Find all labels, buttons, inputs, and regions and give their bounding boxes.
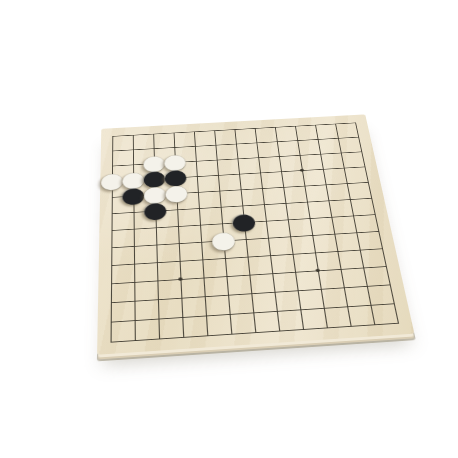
intersection: ● [232,213,256,231]
intersection [147,328,172,350]
intersection [316,192,340,209]
intersection [282,262,307,282]
intersection [102,128,123,144]
intersection [188,199,211,217]
intersection [99,292,123,313]
intersection [185,153,207,169]
intersection [306,131,329,147]
intersection [145,253,168,272]
intersection [234,230,258,249]
intersection [284,118,306,133]
intersection [373,256,399,275]
intersection [229,181,252,198]
intersection [183,124,204,139]
intersection [311,298,337,319]
intersection [123,127,144,143]
intersection [216,285,241,305]
intersection [268,148,291,164]
intersection [206,152,228,168]
intersection [331,277,357,297]
intersection [300,226,325,245]
intersection [322,225,347,243]
intersection: ● [123,187,145,204]
intersection [376,275,403,295]
intersection [264,119,286,134]
intersection [205,137,227,153]
intersection [145,235,168,254]
intersection [297,209,321,227]
intersection [168,251,192,270]
intersection [334,296,361,317]
intersection [266,320,292,342]
intersection [194,305,219,326]
intersection [228,166,251,183]
intersection [99,274,122,294]
intersection [123,220,145,238]
intersection [288,147,311,163]
intersection [366,222,392,240]
intersection [187,183,209,200]
intersection [101,204,123,222]
intersection [302,243,327,262]
intersection [286,132,309,148]
intersection [285,280,311,300]
intersection: ● [212,231,236,250]
intersection [171,326,196,348]
intersection [184,138,206,154]
intersection [123,291,147,312]
intersection [146,289,170,310]
intersection [166,201,189,219]
intersection [290,162,313,179]
intersection [311,161,335,178]
product-photo-background: ●●●●●●●●●●●● [0,0,458,458]
intersection [241,302,267,323]
intersection [254,212,278,230]
intersection [260,264,285,284]
intersection [214,266,238,286]
intersection [244,121,266,136]
intersection [266,134,288,150]
intersection [190,250,214,269]
intersection [309,146,332,162]
intersection [186,168,208,185]
intersection [293,177,317,194]
intersection [276,211,300,229]
intersection [146,308,170,329]
intersection [247,149,270,165]
intersection [169,269,193,289]
intersection [256,229,280,248]
intersection: ● [165,185,187,202]
intersection [252,196,276,214]
intersection [100,256,123,275]
intersection [167,234,190,253]
intersection [192,286,217,306]
intersection [100,238,123,257]
intersection [280,244,305,263]
intersection [99,311,123,332]
intersection [101,188,123,205]
intersection [359,189,384,206]
intersection [242,321,268,343]
intersection [100,221,122,239]
go-board: ●●●●●●●●●●●● [97,114,414,354]
intersection [295,193,319,210]
intersection [319,208,344,226]
intersection [169,288,193,308]
intersection [123,254,146,273]
intersection [314,176,338,193]
intersection [170,307,195,328]
intersection [304,117,327,132]
intersection [123,310,147,331]
intersection: ● [144,202,166,220]
intersection [235,247,259,266]
intersection [209,198,232,216]
intersection [356,174,380,191]
intersection [163,125,184,140]
star-point-dot [315,269,320,273]
intersection [123,237,146,256]
intersection [328,259,354,279]
intersection [195,325,220,347]
star-point-dot [178,277,182,281]
intersection [204,123,225,138]
star-point-dot [300,169,304,172]
intersection [98,331,122,353]
intersection [262,282,287,302]
intersection [337,315,364,336]
intersection [143,126,164,142]
intersection [249,164,272,181]
intersection [239,283,264,303]
intersection [325,242,350,261]
intersection [278,227,303,246]
intersection [313,317,340,338]
intersection [167,217,190,235]
intersection [145,218,168,236]
intersection [146,271,170,291]
intersection [245,135,267,151]
intersection: ● [101,173,122,190]
intersection [305,261,331,281]
intersection [287,299,313,320]
intersection [191,268,215,288]
intersection [102,143,123,159]
intersection [362,205,387,223]
intersection [189,216,212,234]
intersection [226,151,248,167]
intersection [123,329,147,351]
intersection [369,239,395,258]
intersection [219,323,245,345]
intersection [250,180,273,197]
intersection [258,246,283,265]
intersection [274,194,298,212]
intersection [237,265,262,285]
intersection [384,312,412,333]
intersection [123,142,144,158]
intersection [349,144,373,160]
intersection [225,136,247,152]
intersection [123,203,145,221]
board-intersections: ●●●●●●●●●●●● [98,115,412,353]
intersection [270,163,293,180]
intersection [347,129,370,145]
intersection [344,115,367,130]
intersection [380,293,407,314]
intersection [290,318,317,340]
intersection [224,122,246,137]
intersection [353,158,377,174]
intersection [208,182,231,199]
intersection [264,301,290,322]
intersection [213,249,237,268]
intersection [308,279,334,299]
intersection [324,116,347,131]
intersection [272,179,295,196]
intersection [123,272,146,292]
intersection [207,167,229,184]
intersection [217,304,242,325]
go-board-perspective-wrapper: ●●●●●●●●●●●● [97,114,414,354]
